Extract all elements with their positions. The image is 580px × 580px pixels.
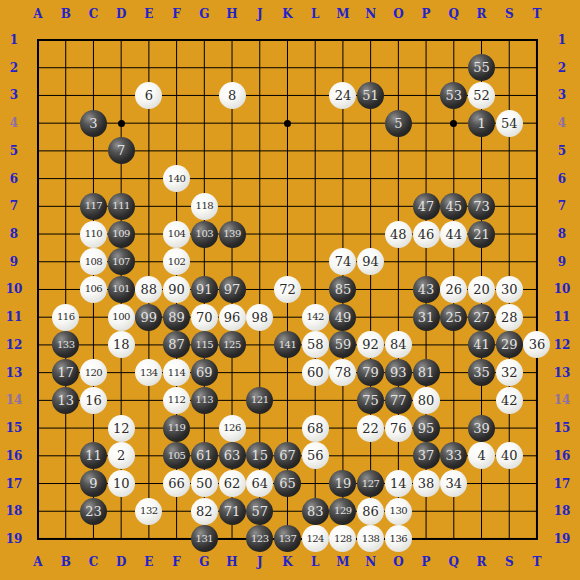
stone-C4-move-3: 3 (80, 110, 107, 137)
row-label-right-16: 16 (554, 449, 571, 463)
row-label-left-7: 7 (10, 199, 18, 213)
stone-F6-move-140: 140 (163, 165, 190, 192)
row-label-left-18: 18 (6, 504, 23, 518)
col-label-top-Q: Q (449, 7, 459, 21)
stone-O14-move-77: 77 (385, 387, 412, 414)
star-point-K4 (284, 120, 291, 127)
stone-D16-move-2: 2 (108, 442, 135, 469)
stone-P11-move-31: 31 (413, 304, 440, 331)
stone-P16-move-37: 37 (413, 442, 440, 469)
stone-P15-move-95: 95 (413, 415, 440, 442)
row-label-left-10: 10 (6, 282, 23, 296)
stone-E11-move-99: 99 (135, 304, 162, 331)
stone-R10-move-20: 20 (468, 276, 495, 303)
stone-P13-move-81: 81 (413, 359, 440, 386)
row-label-left-6: 6 (10, 172, 18, 186)
row-label-right-2: 2 (558, 61, 566, 75)
stone-S14-move-42: 42 (496, 387, 523, 414)
stone-G13-move-69: 69 (191, 359, 218, 386)
stone-D7-move-111: 111 (108, 193, 135, 220)
stone-P8-move-46: 46 (413, 221, 440, 248)
col-label-top-C: C (89, 7, 99, 21)
col-label-bottom-B: B (61, 555, 71, 569)
stone-Q8-move-44: 44 (440, 221, 467, 248)
stone-H17-move-62: 62 (219, 470, 246, 497)
row-label-right-7: 7 (558, 199, 566, 213)
stone-P7-move-47: 47 (413, 193, 440, 220)
stone-D10-move-101: 101 (108, 276, 135, 303)
row-label-left-1: 1 (10, 33, 18, 47)
stone-Q11-move-25: 25 (440, 304, 467, 331)
stone-D8-move-109: 109 (108, 221, 135, 248)
row-label-right-1: 1 (558, 33, 566, 47)
col-label-bottom-O: O (393, 555, 403, 569)
stone-E18-move-132: 132 (135, 498, 162, 525)
row-label-left-13: 13 (6, 366, 23, 380)
col-label-bottom-P: P (422, 555, 431, 569)
stone-G16-move-61: 61 (191, 442, 218, 469)
col-label-top-D: D (116, 7, 126, 21)
stone-R15-move-39: 39 (468, 415, 495, 442)
stone-S4-move-54: 54 (496, 110, 523, 137)
stone-G11-move-70: 70 (191, 304, 218, 331)
col-label-top-S: S (505, 7, 514, 21)
col-label-bottom-S: S (505, 555, 514, 569)
row-label-right-15: 15 (554, 421, 571, 435)
row-label-left-2: 2 (10, 61, 18, 75)
stone-L12-move-58: 58 (302, 331, 329, 358)
stone-D5-move-7: 7 (108, 137, 135, 164)
stone-N17-move-127: 127 (357, 470, 384, 497)
row-label-left-9: 9 (10, 255, 18, 269)
stone-S12-move-29: 29 (496, 331, 523, 358)
stone-C13-move-120: 120 (80, 359, 107, 386)
stone-P17-move-38: 38 (413, 470, 440, 497)
stone-R4-move-1: 1 (468, 110, 495, 137)
stone-J18-move-57: 57 (246, 498, 273, 525)
stone-F11-move-89: 89 (163, 304, 190, 331)
stone-H3-move-8: 8 (219, 82, 246, 109)
stone-P14-move-80: 80 (413, 387, 440, 414)
stone-O8-move-48: 48 (385, 221, 412, 248)
stone-B11-move-116: 116 (52, 304, 79, 331)
stone-H8-move-139: 139 (219, 221, 246, 248)
row-label-right-4: 4 (558, 116, 566, 130)
stone-K10-move-72: 72 (274, 276, 301, 303)
stone-S16-move-40: 40 (496, 442, 523, 469)
row-label-right-9: 9 (558, 255, 566, 269)
row-label-right-12: 12 (554, 338, 571, 352)
row-label-right-8: 8 (558, 227, 566, 241)
row-label-left-15: 15 (6, 421, 23, 435)
col-label-top-G: G (199, 7, 209, 21)
star-point-D4 (118, 120, 125, 127)
col-label-top-N: N (365, 7, 376, 21)
col-label-top-F: F (172, 7, 181, 21)
row-label-left-5: 5 (10, 144, 18, 158)
stone-N15-move-22: 22 (357, 415, 384, 442)
stone-G10-move-91: 91 (191, 276, 218, 303)
row-label-left-19: 19 (6, 532, 23, 546)
col-label-top-P: P (422, 7, 431, 21)
col-label-top-M: M (336, 7, 349, 21)
stone-L15-move-68: 68 (302, 415, 329, 442)
col-label-top-H: H (226, 7, 237, 21)
col-label-bottom-T: T (532, 555, 541, 569)
col-label-bottom-R: R (477, 555, 487, 569)
col-label-top-K: K (282, 7, 292, 21)
stone-O17-move-14: 14 (385, 470, 412, 497)
stone-J14-move-121: 121 (246, 387, 273, 414)
row-label-right-11: 11 (554, 310, 571, 324)
stone-C8-move-110: 110 (80, 221, 107, 248)
row-label-right-19: 19 (554, 532, 571, 546)
stone-C14-move-16: 16 (80, 387, 107, 414)
stone-H10-move-97: 97 (219, 276, 246, 303)
stone-D11-move-100: 100 (108, 304, 135, 331)
stone-G8-move-103: 103 (191, 221, 218, 248)
stone-M18-move-129: 129 (329, 498, 356, 525)
stone-B14-move-13: 13 (52, 387, 79, 414)
star-point-Q4 (450, 120, 457, 127)
col-label-bottom-F: F (172, 555, 181, 569)
col-label-bottom-N: N (365, 555, 376, 569)
row-label-right-14: 14 (554, 393, 571, 407)
stone-C17-move-9: 9 (80, 470, 107, 497)
stone-H16-move-63: 63 (219, 442, 246, 469)
col-label-top-A: A (33, 7, 42, 21)
stone-H12-move-125: 125 (219, 331, 246, 358)
stone-K17-move-65: 65 (274, 470, 301, 497)
stone-R7-move-73: 73 (468, 193, 495, 220)
col-label-bottom-K: K (282, 555, 292, 569)
col-label-top-T: T (532, 7, 541, 21)
row-label-right-10: 10 (554, 282, 571, 296)
stone-G17-move-50: 50 (191, 470, 218, 497)
row-label-left-17: 17 (6, 477, 23, 491)
col-label-bottom-M: M (336, 555, 349, 569)
col-label-top-B: B (61, 7, 71, 21)
row-label-left-12: 12 (6, 338, 23, 352)
col-label-top-O: O (393, 7, 403, 21)
stone-G18-move-82: 82 (191, 498, 218, 525)
stone-O18-move-130: 130 (385, 498, 412, 525)
stone-C10-move-106: 106 (80, 276, 107, 303)
stone-P10-move-43: 43 (413, 276, 440, 303)
stone-R13-move-35: 35 (468, 359, 495, 386)
stone-N18-move-86: 86 (357, 498, 384, 525)
stone-N14-move-75: 75 (357, 387, 384, 414)
row-label-left-4: 4 (10, 116, 18, 130)
row-label-right-5: 5 (558, 144, 566, 158)
row-label-left-14: 14 (6, 393, 23, 407)
stone-H18-move-71: 71 (219, 498, 246, 525)
stone-C7-move-117: 117 (80, 193, 107, 220)
stone-G14-move-113: 113 (191, 387, 218, 414)
col-label-bottom-Q: Q (449, 555, 459, 569)
stone-F14-move-112: 112 (163, 387, 190, 414)
row-label-left-3: 3 (10, 88, 18, 102)
col-label-bottom-E: E (144, 555, 153, 569)
col-label-bottom-C: C (89, 555, 99, 569)
row-label-right-18: 18 (554, 504, 571, 518)
row-label-right-6: 6 (558, 172, 566, 186)
stone-D17-move-10: 10 (108, 470, 135, 497)
stone-F17-move-66: 66 (163, 470, 190, 497)
stone-L19-move-124: 124 (302, 525, 329, 552)
stone-R8-move-21: 21 (468, 221, 495, 248)
col-label-top-E: E (144, 7, 153, 21)
stone-L11-move-142: 142 (302, 304, 329, 331)
stone-C18-move-23: 23 (80, 498, 107, 525)
row-label-left-11: 11 (6, 310, 23, 324)
col-label-bottom-L: L (311, 555, 319, 569)
col-label-top-J: J (257, 7, 263, 21)
stone-F10-move-90: 90 (163, 276, 190, 303)
col-label-bottom-H: H (226, 555, 237, 569)
row-label-left-8: 8 (10, 227, 18, 241)
stone-O4-move-5: 5 (385, 110, 412, 137)
stone-H11-move-96: 96 (219, 304, 246, 331)
stone-D12-move-18: 18 (108, 331, 135, 358)
stone-H15-move-126: 126 (219, 415, 246, 442)
stone-R3-move-52: 52 (468, 82, 495, 109)
row-label-right-13: 13 (554, 366, 571, 380)
stone-D15-move-12: 12 (108, 415, 135, 442)
stone-Q7-move-45: 45 (440, 193, 467, 220)
stone-N3-move-51: 51 (357, 82, 384, 109)
row-label-right-3: 3 (558, 88, 566, 102)
stone-C9-move-108: 108 (80, 248, 107, 275)
stone-O15-move-76: 76 (385, 415, 412, 442)
stone-G7-move-118: 118 (191, 193, 218, 220)
stone-L16-move-56: 56 (302, 442, 329, 469)
stone-J11-move-98: 98 (246, 304, 273, 331)
row-label-right-17: 17 (554, 477, 571, 491)
stone-F8-move-104: 104 (163, 221, 190, 248)
stone-S13-move-32: 32 (496, 359, 523, 386)
col-label-bottom-A: A (33, 555, 42, 569)
stone-S11-move-28: 28 (496, 304, 523, 331)
stone-D9-move-107: 107 (108, 248, 135, 275)
stone-S10-move-30: 30 (496, 276, 523, 303)
col-label-top-R: R (477, 7, 487, 21)
col-label-bottom-D: D (116, 555, 126, 569)
row-label-left-16: 16 (6, 449, 23, 463)
go-board[interactable]: AABBCCDDEEFFGGHHJJKKLLMMNNOOPPQQRRSSTT11… (0, 0, 580, 580)
col-label-bottom-J: J (257, 555, 263, 569)
col-label-bottom-G: G (199, 555, 209, 569)
stone-L13-move-60: 60 (302, 359, 329, 386)
stone-M11-move-49: 49 (329, 304, 356, 331)
stone-F15-move-119: 119 (163, 415, 190, 442)
stone-O13-move-93: 93 (385, 359, 412, 386)
stone-L18-move-83: 83 (302, 498, 329, 525)
col-label-top-L: L (311, 7, 319, 21)
stone-R11-move-27: 27 (468, 304, 495, 331)
